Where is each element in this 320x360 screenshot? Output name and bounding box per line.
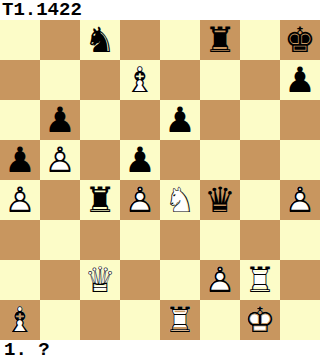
square-h7[interactable]: ♟ xyxy=(280,60,320,100)
square-b1[interactable] xyxy=(40,300,80,340)
square-c3[interactable] xyxy=(80,220,120,260)
square-c5[interactable] xyxy=(80,140,120,180)
black-pawn-e6: ♟ xyxy=(160,100,200,140)
square-e7[interactable] xyxy=(160,60,200,100)
white-pawn-a4: ♟♙ xyxy=(0,180,40,220)
square-f2[interactable]: ♟♙ xyxy=(200,260,240,300)
square-a5[interactable]: ♟ xyxy=(0,140,40,180)
square-a8[interactable] xyxy=(0,20,40,60)
white-bishop-d7: ♝♗ xyxy=(120,60,160,100)
chess-board: ♞♜♚♝♗♟♟♟♟♟♙♟♟♙♜♟♙♞♘♛♟♙♛♕♟♙♜♖♝♗♜♖♚♔ xyxy=(0,20,320,340)
square-c2[interactable]: ♛♕ xyxy=(80,260,120,300)
black-rook-c4: ♜ xyxy=(80,180,120,220)
white-king-g1: ♚♔ xyxy=(240,300,280,340)
black-pawn-d5: ♟ xyxy=(120,140,160,180)
square-h3[interactable] xyxy=(280,220,320,260)
square-d6[interactable] xyxy=(120,100,160,140)
square-d5[interactable]: ♟ xyxy=(120,140,160,180)
black-pawn-h7: ♟ xyxy=(280,60,320,100)
black-pawn-b6: ♟ xyxy=(40,100,80,140)
square-e8[interactable] xyxy=(160,20,200,60)
square-d3[interactable] xyxy=(120,220,160,260)
chess-puzzle-window: T1.1422 ♞♜♚♝♗♟♟♟♟♟♙♟♟♙♜♟♙♞♘♛♟♙♛♕♟♙♜♖♝♗♜♖… xyxy=(0,0,320,360)
square-a3[interactable] xyxy=(0,220,40,260)
square-e2[interactable] xyxy=(160,260,200,300)
square-a1[interactable]: ♝♗ xyxy=(0,300,40,340)
square-g7[interactable] xyxy=(240,60,280,100)
black-knight-c8: ♞ xyxy=(80,20,120,60)
square-g6[interactable] xyxy=(240,100,280,140)
square-b6[interactable]: ♟ xyxy=(40,100,80,140)
square-b5[interactable]: ♟♙ xyxy=(40,140,80,180)
square-f7[interactable] xyxy=(200,60,240,100)
white-knight-e4: ♞♘ xyxy=(160,180,200,220)
black-pawn-a5: ♟ xyxy=(0,140,40,180)
move-prompt: 1. ? xyxy=(0,340,320,360)
square-d4[interactable]: ♟♙ xyxy=(120,180,160,220)
square-e4[interactable]: ♞♘ xyxy=(160,180,200,220)
square-b3[interactable] xyxy=(40,220,80,260)
square-c8[interactable]: ♞ xyxy=(80,20,120,60)
square-h1[interactable] xyxy=(280,300,320,340)
square-e1[interactable]: ♜♖ xyxy=(160,300,200,340)
square-d1[interactable] xyxy=(120,300,160,340)
white-queen-c2: ♛♕ xyxy=(80,260,120,300)
square-g5[interactable] xyxy=(240,140,280,180)
square-g2[interactable]: ♜♖ xyxy=(240,260,280,300)
white-bishop-a1: ♝♗ xyxy=(0,300,40,340)
square-c4[interactable]: ♜ xyxy=(80,180,120,220)
square-f5[interactable] xyxy=(200,140,240,180)
square-a4[interactable]: ♟♙ xyxy=(0,180,40,220)
square-b8[interactable] xyxy=(40,20,80,60)
square-h6[interactable] xyxy=(280,100,320,140)
square-c1[interactable] xyxy=(80,300,120,340)
square-c6[interactable] xyxy=(80,100,120,140)
white-pawn-h4: ♟♙ xyxy=(280,180,320,220)
square-c7[interactable] xyxy=(80,60,120,100)
puzzle-title: T1.1422 xyxy=(0,0,320,20)
square-d2[interactable] xyxy=(120,260,160,300)
square-d7[interactable]: ♝♗ xyxy=(120,60,160,100)
square-b7[interactable] xyxy=(40,60,80,100)
white-pawn-f2: ♟♙ xyxy=(200,260,240,300)
square-e5[interactable] xyxy=(160,140,200,180)
square-b4[interactable] xyxy=(40,180,80,220)
square-h2[interactable] xyxy=(280,260,320,300)
square-h8[interactable]: ♚ xyxy=(280,20,320,60)
square-f4[interactable]: ♛ xyxy=(200,180,240,220)
square-e6[interactable]: ♟ xyxy=(160,100,200,140)
square-f6[interactable] xyxy=(200,100,240,140)
square-h5[interactable] xyxy=(280,140,320,180)
square-e3[interactable] xyxy=(160,220,200,260)
black-queen-f4: ♛ xyxy=(200,180,240,220)
square-f3[interactable] xyxy=(200,220,240,260)
white-pawn-d4: ♟♙ xyxy=(120,180,160,220)
square-a6[interactable] xyxy=(0,100,40,140)
square-h4[interactable]: ♟♙ xyxy=(280,180,320,220)
white-pawn-b5: ♟♙ xyxy=(40,140,80,180)
square-g8[interactable] xyxy=(240,20,280,60)
square-d8[interactable] xyxy=(120,20,160,60)
square-g3[interactable] xyxy=(240,220,280,260)
square-g1[interactable]: ♚♔ xyxy=(240,300,280,340)
square-a2[interactable] xyxy=(0,260,40,300)
square-a7[interactable] xyxy=(0,60,40,100)
black-king-h8: ♚ xyxy=(280,20,320,60)
white-rook-g2: ♜♖ xyxy=(240,260,280,300)
square-g4[interactable] xyxy=(240,180,280,220)
square-b2[interactable] xyxy=(40,260,80,300)
white-rook-e1: ♜♖ xyxy=(160,300,200,340)
square-f1[interactable] xyxy=(200,300,240,340)
black-rook-f8: ♜ xyxy=(200,20,240,60)
square-f8[interactable]: ♜ xyxy=(200,20,240,60)
